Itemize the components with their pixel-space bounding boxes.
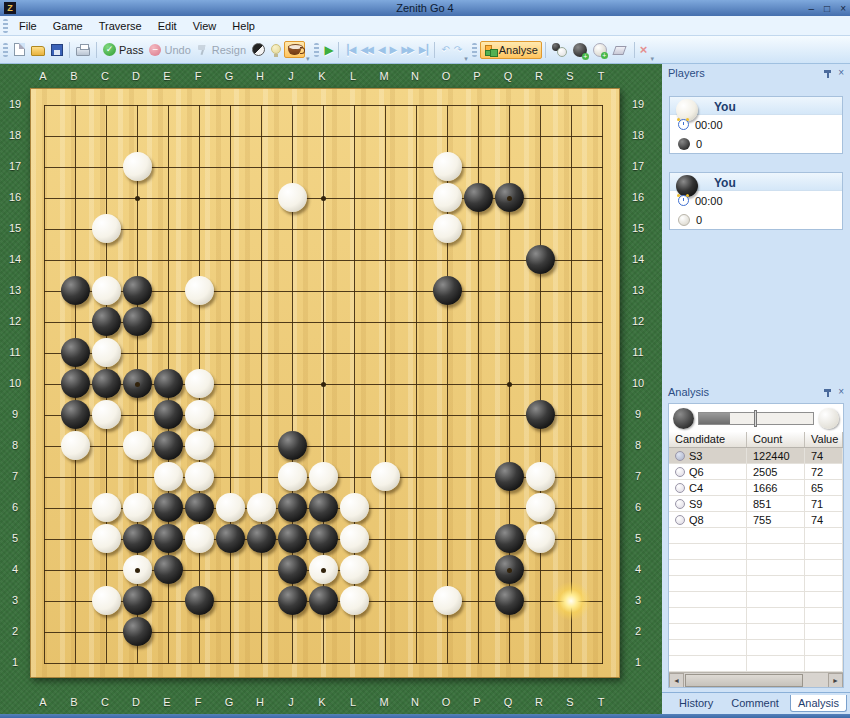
delete-button[interactable]: × xyxy=(638,42,650,57)
board-point-C9[interactable]: ○ xyxy=(91,399,122,430)
white-stone-R7[interactable]: ○ xyxy=(526,462,555,491)
resign-button[interactable]: Resign xyxy=(194,42,249,58)
board-point-L2[interactable] xyxy=(339,616,370,647)
board-point-T17[interactable] xyxy=(587,151,618,182)
board-point-B5[interactable] xyxy=(60,523,91,554)
table-row[interactable]: C4 1666 65 xyxy=(669,480,843,496)
black-stone-D13[interactable]: ● xyxy=(123,276,152,305)
board-point-M3[interactable] xyxy=(370,585,401,616)
tab-analysis[interactable]: Analysis xyxy=(790,695,847,712)
coffee-break-button[interactable] xyxy=(284,41,305,58)
board-point-N12[interactable] xyxy=(401,306,432,337)
board-point-L4[interactable]: ○ xyxy=(339,554,370,585)
board-point-T4[interactable] xyxy=(587,554,618,585)
board-point-P7[interactable] xyxy=(463,461,494,492)
white-stone-F10[interactable]: ○ xyxy=(185,369,214,398)
board-point-N17[interactable] xyxy=(401,151,432,182)
board-point-A7[interactable] xyxy=(29,461,60,492)
board-point-R13[interactable] xyxy=(525,275,556,306)
board-point-O15[interactable]: ○ xyxy=(432,213,463,244)
board-point-P15[interactable] xyxy=(463,213,494,244)
board-point-T5[interactable] xyxy=(587,523,618,554)
board-point-R14[interactable]: ● xyxy=(525,244,556,275)
board-point-Q17[interactable] xyxy=(494,151,525,182)
board-point-B7[interactable] xyxy=(60,461,91,492)
board-point-R19[interactable] xyxy=(525,89,556,120)
board-point-Q9[interactable] xyxy=(494,399,525,430)
board-point-K5[interactable]: ● xyxy=(308,523,339,554)
board-point-M12[interactable] xyxy=(370,306,401,337)
board-point-B18[interactable] xyxy=(60,120,91,151)
board-point-J11[interactable] xyxy=(277,337,308,368)
open-button[interactable] xyxy=(28,41,48,58)
board-point-C14[interactable] xyxy=(91,244,122,275)
board-point-J5[interactable]: ● xyxy=(277,523,308,554)
board-point-A6[interactable] xyxy=(29,492,60,523)
board-point-F10[interactable]: ○ xyxy=(184,368,215,399)
board-point-P12[interactable] xyxy=(463,306,494,337)
board-point-F14[interactable] xyxy=(184,244,215,275)
board-point-Q12[interactable] xyxy=(494,306,525,337)
board-point-S19[interactable] xyxy=(556,89,587,120)
board-point-P2[interactable] xyxy=(463,616,494,647)
board-point-N11[interactable] xyxy=(401,337,432,368)
board-point-K9[interactable] xyxy=(308,399,339,430)
board-point-F9[interactable]: ○ xyxy=(184,399,215,430)
board-point-C6[interactable]: ○ xyxy=(91,492,122,523)
board-point-O11[interactable] xyxy=(432,337,463,368)
board-point-S7[interactable] xyxy=(556,461,587,492)
white-stone-F9[interactable]: ○ xyxy=(185,400,214,429)
black-stone-C10[interactable]: ● xyxy=(92,369,121,398)
table-row[interactable]: S3 122440 74 xyxy=(669,448,843,464)
board-point-C7[interactable] xyxy=(91,461,122,492)
board-point-M6[interactable] xyxy=(370,492,401,523)
variation-back-button[interactable]: ↶ xyxy=(438,44,450,55)
board-point-H11[interactable] xyxy=(246,337,277,368)
black-stone-D2[interactable]: ● xyxy=(123,617,152,646)
white-stone-C13[interactable]: ○ xyxy=(92,276,121,305)
white-stone-C11[interactable]: ○ xyxy=(92,338,121,367)
board-point-L18[interactable] xyxy=(339,120,370,151)
black-stone-B13[interactable]: ● xyxy=(61,276,90,305)
board-point-B10[interactable]: ● xyxy=(60,368,91,399)
white-stone-L4[interactable]: ○ xyxy=(340,555,369,584)
hint-button[interactable] xyxy=(268,44,284,56)
board-point-A16[interactable] xyxy=(29,182,60,213)
winrate-groove[interactable] xyxy=(698,412,814,425)
black-stone-E10[interactable]: ● xyxy=(154,369,183,398)
board-point-P14[interactable] xyxy=(463,244,494,275)
board-point-D11[interactable] xyxy=(122,337,153,368)
board-point-H8[interactable] xyxy=(246,430,277,461)
white-stone-F5[interactable]: ○ xyxy=(185,524,214,553)
board-point-S11[interactable] xyxy=(556,337,587,368)
board-point-G17[interactable] xyxy=(215,151,246,182)
board-point-O5[interactable] xyxy=(432,523,463,554)
board-point-K19[interactable] xyxy=(308,89,339,120)
board-point-N4[interactable] xyxy=(401,554,432,585)
menu-help[interactable]: Help xyxy=(224,18,263,34)
board-point-T16[interactable] xyxy=(587,182,618,213)
board-point-C1[interactable] xyxy=(91,647,122,678)
board-point-G12[interactable] xyxy=(215,306,246,337)
board-point-K6[interactable]: ● xyxy=(308,492,339,523)
board-point-D18[interactable] xyxy=(122,120,153,151)
board-point-E19[interactable] xyxy=(153,89,184,120)
board-point-A1[interactable] xyxy=(29,647,60,678)
pin-icon[interactable] xyxy=(824,388,831,397)
board-point-E9[interactable]: ● xyxy=(153,399,184,430)
panel-close-icon[interactable]: × xyxy=(838,387,844,397)
board-point-H4[interactable] xyxy=(246,554,277,585)
board-point-A18[interactable] xyxy=(29,120,60,151)
board-point-D12[interactable]: ● xyxy=(122,306,153,337)
board-point-F6[interactable]: ● xyxy=(184,492,215,523)
black-stone-J3[interactable]: ● xyxy=(278,586,307,615)
board-point-D17[interactable]: ○ xyxy=(122,151,153,182)
black-stone-R9[interactable]: ● xyxy=(526,400,555,429)
board-point-J14[interactable] xyxy=(277,244,308,275)
board-point-L12[interactable] xyxy=(339,306,370,337)
board-point-O4[interactable] xyxy=(432,554,463,585)
board-point-P6[interactable] xyxy=(463,492,494,523)
white-stone-B8[interactable]: ○ xyxy=(61,431,90,460)
save-button[interactable] xyxy=(48,42,66,58)
board-point-A5[interactable] xyxy=(29,523,60,554)
board-point-H17[interactable] xyxy=(246,151,277,182)
black-stone-B9[interactable]: ● xyxy=(61,400,90,429)
board-point-M2[interactable] xyxy=(370,616,401,647)
board-point-J8[interactable]: ● xyxy=(277,430,308,461)
play-button[interactable]: ▶ xyxy=(322,43,335,57)
board-point-T19[interactable] xyxy=(587,89,618,120)
add-white-stone-button[interactable] xyxy=(590,41,610,59)
white-stone-C3[interactable]: ○ xyxy=(92,586,121,615)
board-point-T14[interactable] xyxy=(587,244,618,275)
last-move-button[interactable]: ▶┃ xyxy=(416,44,432,55)
board-point-E5[interactable]: ● xyxy=(153,523,184,554)
board-point-J17[interactable] xyxy=(277,151,308,182)
board-point-T15[interactable] xyxy=(587,213,618,244)
winrate-thumb[interactable] xyxy=(754,410,757,427)
table-row[interactable]: Q6 2505 72 xyxy=(669,464,843,480)
board-point-C10[interactable]: ● xyxy=(91,368,122,399)
board-point-L16[interactable] xyxy=(339,182,370,213)
board-point-L8[interactable] xyxy=(339,430,370,461)
white-stone-L3[interactable]: ○ xyxy=(340,586,369,615)
board-point-N5[interactable] xyxy=(401,523,432,554)
board-point-B14[interactable] xyxy=(60,244,91,275)
black-stone-O13[interactable]: ● xyxy=(433,276,462,305)
board-point-G8[interactable] xyxy=(215,430,246,461)
board-point-E10[interactable]: ● xyxy=(153,368,184,399)
black-stone-E9[interactable]: ● xyxy=(154,400,183,429)
black-stone-E4[interactable]: ● xyxy=(154,555,183,584)
board-point-J12[interactable] xyxy=(277,306,308,337)
maximize-button[interactable]: □ xyxy=(824,3,830,14)
board-point-Q19[interactable] xyxy=(494,89,525,120)
board-point-P1[interactable] xyxy=(463,647,494,678)
black-stone-J5[interactable]: ● xyxy=(278,524,307,553)
board-point-G11[interactable] xyxy=(215,337,246,368)
board-point-G15[interactable] xyxy=(215,213,246,244)
board-point-M19[interactable] xyxy=(370,89,401,120)
next-move-button[interactable]: ▶ xyxy=(387,44,399,55)
board-point-L1[interactable] xyxy=(339,647,370,678)
black-stone-G5[interactable]: ● xyxy=(216,524,245,553)
menu-game[interactable]: Game xyxy=(45,18,91,34)
white-stone-O3[interactable]: ○ xyxy=(433,586,462,615)
board-point-D2[interactable]: ● xyxy=(122,616,153,647)
black-stone-D12[interactable]: ● xyxy=(123,307,152,336)
board-point-R17[interactable] xyxy=(525,151,556,182)
board-point-M18[interactable] xyxy=(370,120,401,151)
board-point-K13[interactable] xyxy=(308,275,339,306)
board-point-G1[interactable] xyxy=(215,647,246,678)
board-point-K1[interactable] xyxy=(308,647,339,678)
board-point-K8[interactable] xyxy=(308,430,339,461)
board-point-O1[interactable] xyxy=(432,647,463,678)
board-point-J10[interactable] xyxy=(277,368,308,399)
board-point-J9[interactable] xyxy=(277,399,308,430)
white-stone-O16[interactable]: ○ xyxy=(433,183,462,212)
board-point-M1[interactable] xyxy=(370,647,401,678)
white-stone-D6[interactable]: ○ xyxy=(123,493,152,522)
board-point-H2[interactable] xyxy=(246,616,277,647)
toolbar-overflow-button[interactable]: ▾ xyxy=(306,55,310,63)
board-point-M14[interactable] xyxy=(370,244,401,275)
board-point-A14[interactable] xyxy=(29,244,60,275)
board-point-R4[interactable] xyxy=(525,554,556,585)
board-point-H6[interactable]: ○ xyxy=(246,492,277,523)
board-point-D6[interactable]: ○ xyxy=(122,492,153,523)
board-point-R9[interactable]: ● xyxy=(525,399,556,430)
board-point-E2[interactable] xyxy=(153,616,184,647)
board-point-B15[interactable] xyxy=(60,213,91,244)
white-stone-M7[interactable]: ○ xyxy=(371,462,400,491)
board-point-A19[interactable] xyxy=(29,89,60,120)
board-point-P11[interactable] xyxy=(463,337,494,368)
board-point-C16[interactable] xyxy=(91,182,122,213)
board-point-A2[interactable] xyxy=(29,616,60,647)
board-point-E4[interactable]: ● xyxy=(153,554,184,585)
board-point-M16[interactable] xyxy=(370,182,401,213)
board-point-H5[interactable]: ● xyxy=(246,523,277,554)
board-point-G14[interactable] xyxy=(215,244,246,275)
board-point-E16[interactable] xyxy=(153,182,184,213)
board-point-E1[interactable] xyxy=(153,647,184,678)
board-point-K15[interactable] xyxy=(308,213,339,244)
board-point-T2[interactable] xyxy=(587,616,618,647)
black-stone-E8[interactable]: ● xyxy=(154,431,183,460)
board-point-L11[interactable] xyxy=(339,337,370,368)
board-point-A8[interactable] xyxy=(29,430,60,461)
board-point-R11[interactable] xyxy=(525,337,556,368)
board-point-C2[interactable] xyxy=(91,616,122,647)
analyse-button[interactable]: Analyse xyxy=(480,41,542,59)
black-stone-E6[interactable]: ● xyxy=(154,493,183,522)
board-point-P3[interactable] xyxy=(463,585,494,616)
board-point-J7[interactable]: ○ xyxy=(277,461,308,492)
board-point-B11[interactable]: ● xyxy=(60,337,91,368)
board-point-F1[interactable] xyxy=(184,647,215,678)
board-point-D9[interactable] xyxy=(122,399,153,430)
board-point-J19[interactable] xyxy=(277,89,308,120)
board-point-R8[interactable] xyxy=(525,430,556,461)
board-point-P19[interactable] xyxy=(463,89,494,120)
board-point-C4[interactable] xyxy=(91,554,122,585)
board-point-J6[interactable]: ● xyxy=(277,492,308,523)
board-point-F4[interactable] xyxy=(184,554,215,585)
board-point-F16[interactable] xyxy=(184,182,215,213)
board-point-O17[interactable]: ○ xyxy=(432,151,463,182)
board-point-N19[interactable] xyxy=(401,89,432,120)
board-point-L10[interactable] xyxy=(339,368,370,399)
board-point-B1[interactable] xyxy=(60,647,91,678)
board-point-R12[interactable] xyxy=(525,306,556,337)
white-stone-E7[interactable]: ○ xyxy=(154,462,183,491)
board-point-G18[interactable] xyxy=(215,120,246,151)
board-point-K18[interactable] xyxy=(308,120,339,151)
white-stone-C6[interactable]: ○ xyxy=(92,493,121,522)
board-point-C8[interactable] xyxy=(91,430,122,461)
board-point-L15[interactable] xyxy=(339,213,370,244)
minimize-button[interactable]: – xyxy=(809,3,815,14)
board-point-E3[interactable] xyxy=(153,585,184,616)
board-point-C15[interactable]: ○ xyxy=(91,213,122,244)
board-point-M11[interactable] xyxy=(370,337,401,368)
board-point-R2[interactable] xyxy=(525,616,556,647)
board-point-K17[interactable] xyxy=(308,151,339,182)
add-black-stone-button[interactable] xyxy=(570,41,590,59)
board-point-S9[interactable] xyxy=(556,399,587,430)
board-point-A3[interactable] xyxy=(29,585,60,616)
board-point-J18[interactable] xyxy=(277,120,308,151)
board-point-H14[interactable] xyxy=(246,244,277,275)
board-point-M7[interactable]: ○ xyxy=(370,461,401,492)
black-stone-J8[interactable]: ● xyxy=(278,431,307,460)
board-point-S1[interactable] xyxy=(556,647,587,678)
board-point-M9[interactable] xyxy=(370,399,401,430)
black-stone-F3[interactable]: ● xyxy=(185,586,214,615)
board-point-H1[interactable] xyxy=(246,647,277,678)
black-stone-K3[interactable]: ● xyxy=(309,586,338,615)
board-point-C3[interactable]: ○ xyxy=(91,585,122,616)
board-point-J13[interactable] xyxy=(277,275,308,306)
board-point-F7[interactable]: ○ xyxy=(184,461,215,492)
board-point-O13[interactable]: ● xyxy=(432,275,463,306)
board-point-R6[interactable]: ○ xyxy=(525,492,556,523)
board-point-D14[interactable] xyxy=(122,244,153,275)
white-stone-F13[interactable]: ○ xyxy=(185,276,214,305)
board-point-D19[interactable] xyxy=(122,89,153,120)
board-point-H10[interactable] xyxy=(246,368,277,399)
board-point-H7[interactable] xyxy=(246,461,277,492)
board-point-M5[interactable] xyxy=(370,523,401,554)
menu-view[interactable]: View xyxy=(185,18,225,34)
board-point-R7[interactable]: ○ xyxy=(525,461,556,492)
board-point-P10[interactable] xyxy=(463,368,494,399)
board-point-S8[interactable] xyxy=(556,430,587,461)
toolbar-overflow-button[interactable]: ▾ xyxy=(650,55,654,63)
board-point-C18[interactable] xyxy=(91,120,122,151)
board-point-R18[interactable] xyxy=(525,120,556,151)
board-point-T13[interactable] xyxy=(587,275,618,306)
board-point-T3[interactable] xyxy=(587,585,618,616)
board-point-S15[interactable] xyxy=(556,213,587,244)
board-point-D3[interactable]: ● xyxy=(122,585,153,616)
board-point-M17[interactable] xyxy=(370,151,401,182)
board-point-C13[interactable]: ○ xyxy=(91,275,122,306)
board-point-N2[interactable] xyxy=(401,616,432,647)
board-point-N16[interactable] xyxy=(401,182,432,213)
board-point-G6[interactable]: ○ xyxy=(215,492,246,523)
board-point-T7[interactable] xyxy=(587,461,618,492)
black-stone-Q3[interactable]: ● xyxy=(495,586,524,615)
menu-file[interactable]: File xyxy=(11,18,45,34)
menu-traverse[interactable]: Traverse xyxy=(91,18,150,34)
board-point-F19[interactable] xyxy=(184,89,215,120)
board-point-O12[interactable] xyxy=(432,306,463,337)
black-stone-R14[interactable]: ● xyxy=(526,245,555,274)
white-stone-J16[interactable]: ○ xyxy=(278,183,307,212)
board-point-S5[interactable] xyxy=(556,523,587,554)
board-point-H18[interactable] xyxy=(246,120,277,151)
white-stone-R6[interactable]: ○ xyxy=(526,493,555,522)
board-point-P8[interactable] xyxy=(463,430,494,461)
board-point-A17[interactable] xyxy=(29,151,60,182)
scroll-right-arrow[interactable]: ► xyxy=(828,673,843,688)
board-point-S10[interactable] xyxy=(556,368,587,399)
board-point-C12[interactable]: ● xyxy=(91,306,122,337)
black-stone-P16[interactable]: ● xyxy=(464,183,493,212)
white-stone-F7[interactable]: ○ xyxy=(185,462,214,491)
board-point-M8[interactable] xyxy=(370,430,401,461)
black-stone-K5[interactable]: ● xyxy=(309,524,338,553)
black-stone-C12[interactable]: ● xyxy=(92,307,121,336)
board-point-A4[interactable] xyxy=(29,554,60,585)
board-point-O3[interactable]: ○ xyxy=(432,585,463,616)
board-point-E14[interactable] xyxy=(153,244,184,275)
board-point-T8[interactable] xyxy=(587,430,618,461)
board-point-H3[interactable] xyxy=(246,585,277,616)
board-point-O19[interactable] xyxy=(432,89,463,120)
board-point-L9[interactable] xyxy=(339,399,370,430)
board-point-D5[interactable]: ● xyxy=(122,523,153,554)
board-point-J4[interactable]: ● xyxy=(277,554,308,585)
board-point-R16[interactable] xyxy=(525,182,556,213)
board-point-D13[interactable]: ● xyxy=(122,275,153,306)
board-point-P13[interactable] xyxy=(463,275,494,306)
board-point-T9[interactable] xyxy=(587,399,618,430)
white-stone-C15[interactable]: ○ xyxy=(92,214,121,243)
board-point-P4[interactable] xyxy=(463,554,494,585)
board-point-M13[interactable] xyxy=(370,275,401,306)
board-point-O7[interactable] xyxy=(432,461,463,492)
board-point-G5[interactable]: ● xyxy=(215,523,246,554)
board-point-K3[interactable]: ● xyxy=(308,585,339,616)
board-point-K14[interactable] xyxy=(308,244,339,275)
board-point-E6[interactable]: ● xyxy=(153,492,184,523)
board-point-T11[interactable] xyxy=(587,337,618,368)
board-point-L13[interactable] xyxy=(339,275,370,306)
board-point-B19[interactable] xyxy=(60,89,91,120)
white-stone-R5[interactable]: ○ xyxy=(526,524,555,553)
board-point-L6[interactable]: ○ xyxy=(339,492,370,523)
board-point-F2[interactable] xyxy=(184,616,215,647)
board-point-K12[interactable] xyxy=(308,306,339,337)
